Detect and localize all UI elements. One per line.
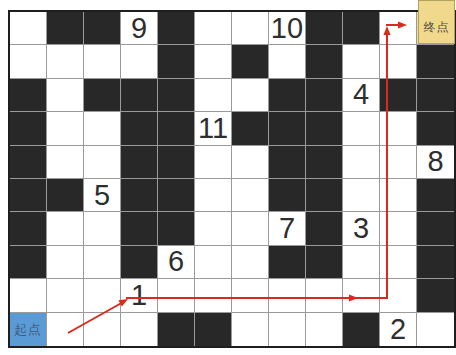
clue-number: 3 xyxy=(353,214,369,243)
wall-cell[interactable] xyxy=(417,79,454,112)
open-cell[interactable] xyxy=(195,179,232,212)
end-marker[interactable]: 终点 xyxy=(418,0,455,44)
open-cell[interactable] xyxy=(84,212,121,245)
open-cell[interactable] xyxy=(343,179,380,212)
open-cell[interactable] xyxy=(195,212,232,245)
open-cell[interactable] xyxy=(380,146,417,179)
wall-cell[interactable] xyxy=(380,79,417,112)
open-cell[interactable] xyxy=(232,179,269,212)
open-cell[interactable] xyxy=(158,279,195,312)
open-cell[interactable] xyxy=(121,45,158,78)
open-cell[interactable]: 9 xyxy=(121,12,158,45)
wall-cell[interactable] xyxy=(47,179,84,212)
wall-cell[interactable] xyxy=(417,45,454,78)
clue-number: 9 xyxy=(131,14,147,43)
wall-cell[interactable] xyxy=(306,79,343,112)
wall-cell[interactable] xyxy=(417,212,454,245)
wall-cell[interactable] xyxy=(306,212,343,245)
wall-cell[interactable] xyxy=(10,146,47,179)
open-cell[interactable] xyxy=(232,313,269,346)
open-cell[interactable] xyxy=(84,45,121,78)
open-cell[interactable] xyxy=(10,279,47,312)
start-label: 起点 xyxy=(14,321,42,339)
clue-number: 4 xyxy=(353,80,369,109)
clue-number: 10 xyxy=(271,14,303,43)
open-cell[interactable] xyxy=(343,246,380,279)
open-cell[interactable] xyxy=(84,246,121,279)
open-cell[interactable]: 2 xyxy=(380,313,417,346)
open-cell[interactable]: 6 xyxy=(158,246,195,279)
open-cell[interactable] xyxy=(195,146,232,179)
wall-cell[interactable] xyxy=(232,112,269,145)
open-cell[interactable] xyxy=(121,313,158,346)
clue-number: 2 xyxy=(390,315,406,344)
open-cell[interactable] xyxy=(84,112,121,145)
puzzle-image: 9104118573612 终点 起点 xyxy=(0,0,456,355)
open-cell[interactable]: 5 xyxy=(84,179,121,212)
puzzle-board: 9104118573612 xyxy=(8,10,456,348)
clue-number: 7 xyxy=(279,214,295,243)
open-cell[interactable] xyxy=(380,179,417,212)
wall-cell[interactable] xyxy=(121,146,158,179)
open-cell[interactable] xyxy=(84,146,121,179)
start-marker[interactable]: 起点 xyxy=(10,313,46,346)
open-cell[interactable] xyxy=(380,12,417,45)
open-cell[interactable] xyxy=(306,279,343,312)
open-cell[interactable] xyxy=(380,246,417,279)
open-cell[interactable] xyxy=(343,279,380,312)
open-cell[interactable] xyxy=(195,279,232,312)
open-cell[interactable] xyxy=(343,146,380,179)
wall-cell[interactable] xyxy=(10,112,47,145)
wall-cell[interactable] xyxy=(417,246,454,279)
wall-cell[interactable] xyxy=(306,179,343,212)
open-cell[interactable] xyxy=(195,45,232,78)
open-cell[interactable]: 11 xyxy=(195,112,232,145)
open-cell[interactable] xyxy=(47,79,84,112)
wall-cell[interactable] xyxy=(158,45,195,78)
clue-number: 8 xyxy=(427,147,443,176)
wall-cell[interactable] xyxy=(84,12,121,45)
wall-cell[interactable] xyxy=(47,12,84,45)
end-label: 终点 xyxy=(424,19,450,36)
open-cell[interactable] xyxy=(232,246,269,279)
open-cell[interactable] xyxy=(380,212,417,245)
wall-cell[interactable] xyxy=(158,313,195,346)
wall-cell[interactable] xyxy=(10,212,47,245)
open-cell[interactable] xyxy=(47,146,84,179)
wall-cell[interactable] xyxy=(121,179,158,212)
open-cell[interactable] xyxy=(195,12,232,45)
open-cell[interactable] xyxy=(195,246,232,279)
wall-cell[interactable] xyxy=(195,313,232,346)
wall-cell[interactable] xyxy=(232,45,269,78)
clue-number: 5 xyxy=(94,181,110,210)
wall-cell[interactable] xyxy=(417,112,454,145)
open-cell[interactable]: 3 xyxy=(343,212,380,245)
wall-cell[interactable] xyxy=(343,313,380,346)
open-cell[interactable]: 8 xyxy=(417,146,454,179)
wall-cell[interactable] xyxy=(10,246,47,279)
open-cell[interactable] xyxy=(232,212,269,245)
wall-cell[interactable] xyxy=(121,79,158,112)
open-cell[interactable] xyxy=(10,45,47,78)
clue-number: 6 xyxy=(168,247,184,276)
wall-cell[interactable] xyxy=(417,179,454,212)
wall-cell[interactable] xyxy=(306,12,343,45)
open-cell[interactable] xyxy=(306,313,343,346)
open-cell[interactable] xyxy=(343,45,380,78)
wall-cell[interactable] xyxy=(306,112,343,145)
open-cell[interactable] xyxy=(47,279,84,312)
open-cell[interactable] xyxy=(417,313,454,346)
clue-number: 1 xyxy=(131,281,147,310)
open-cell[interactable]: 7 xyxy=(269,212,306,245)
wall-cell[interactable] xyxy=(269,112,306,145)
open-cell[interactable] xyxy=(232,12,269,45)
wall-cell[interactable] xyxy=(10,179,47,212)
open-cell[interactable] xyxy=(47,45,84,78)
wall-cell[interactable] xyxy=(158,12,195,45)
open-cell[interactable] xyxy=(232,146,269,179)
open-cell[interactable] xyxy=(84,313,121,346)
wall-cell[interactable] xyxy=(269,79,306,112)
wall-cell[interactable] xyxy=(158,212,195,245)
open-cell[interactable]: 10 xyxy=(269,12,306,45)
open-cell[interactable] xyxy=(47,246,84,279)
open-cell[interactable] xyxy=(232,279,269,312)
wall-cell[interactable] xyxy=(269,246,306,279)
wall-cell[interactable] xyxy=(158,146,195,179)
wall-cell[interactable] xyxy=(417,279,454,312)
open-cell[interactable]: 1 xyxy=(121,279,158,312)
wall-cell[interactable] xyxy=(269,179,306,212)
open-cell[interactable] xyxy=(380,45,417,78)
wall-cell[interactable] xyxy=(121,112,158,145)
wall-cell[interactable] xyxy=(121,246,158,279)
wall-cell[interactable] xyxy=(158,112,195,145)
wall-cell[interactable] xyxy=(343,12,380,45)
open-cell[interactable] xyxy=(10,12,47,45)
open-cell[interactable] xyxy=(232,79,269,112)
open-cell[interactable]: 4 xyxy=(343,79,380,112)
wall-cell[interactable] xyxy=(306,246,343,279)
wall-cell[interactable] xyxy=(121,212,158,245)
open-cell[interactable] xyxy=(269,313,306,346)
wall-cell[interactable] xyxy=(84,79,121,112)
wall-cell[interactable] xyxy=(269,146,306,179)
clue-number: 11 xyxy=(198,114,228,143)
open-cell[interactable] xyxy=(343,112,380,145)
open-cell[interactable] xyxy=(195,79,232,112)
open-cell[interactable] xyxy=(380,279,417,312)
wall-cell[interactable] xyxy=(306,146,343,179)
open-cell[interactable] xyxy=(47,313,84,346)
open-cell[interactable] xyxy=(84,279,121,312)
open-cell[interactable] xyxy=(47,112,84,145)
wall-cell[interactable] xyxy=(158,179,195,212)
open-cell[interactable] xyxy=(47,212,84,245)
wall-cell[interactable] xyxy=(10,79,47,112)
wall-cell[interactable] xyxy=(306,45,343,78)
open-cell[interactable] xyxy=(269,279,306,312)
open-cell[interactable] xyxy=(380,112,417,145)
open-cell[interactable] xyxy=(269,45,306,78)
wall-cell[interactable] xyxy=(158,79,195,112)
